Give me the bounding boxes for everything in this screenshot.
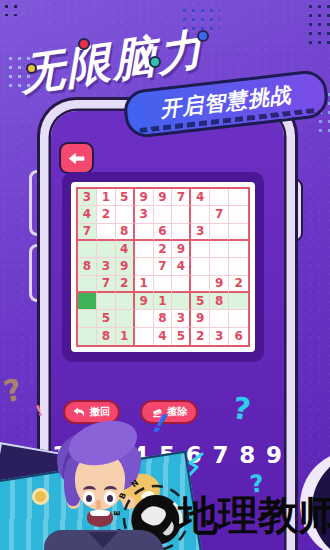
sudoku-cell[interactable]: 9 [154, 189, 173, 206]
sudoku-cell[interactable]: 1 [135, 276, 154, 293]
sudoku-cell[interactable]: 4 [116, 241, 135, 258]
sudoku-cell[interactable]: 6 [229, 328, 248, 345]
sudoku-cell[interactable]: 5 [97, 310, 116, 327]
sudoku-cell[interactable]: 8 [78, 258, 97, 275]
sudoku-cell[interactable] [172, 224, 191, 241]
sudoku-cell[interactable]: 3 [97, 258, 116, 275]
red-dot-decoration [78, 38, 90, 50]
sudoku-cell[interactable] [229, 310, 248, 327]
sudoku-cell[interactable] [78, 276, 97, 293]
numpad-digit-8[interactable]: 8 [239, 441, 255, 469]
sudoku-cell[interactable] [172, 293, 191, 310]
character-eye [104, 491, 116, 505]
sudoku-cell[interactable] [210, 241, 229, 258]
sudoku-grid: 3159974423778634298397472192915858398145… [76, 187, 250, 347]
sudoku-cell[interactable]: 3 [210, 328, 229, 345]
sudoku-cell[interactable] [116, 293, 135, 310]
character-nose [96, 500, 101, 509]
sudoku-cell[interactable] [116, 206, 135, 223]
watermark-text: 地理教师 [178, 496, 330, 536]
sudoku-cell[interactable] [135, 258, 154, 275]
blue-dot-decoration [197, 30, 209, 42]
sudoku-cell[interactable] [229, 189, 248, 206]
sudoku-cell[interactable] [78, 241, 97, 258]
sudoku-cell[interactable]: 7 [97, 276, 116, 293]
sudoku-cell[interactable]: 7 [78, 224, 97, 241]
sudoku-cell[interactable] [135, 310, 154, 327]
sudoku-cell[interactable] [229, 224, 248, 241]
sudoku-cell[interactable]: 8 [97, 328, 116, 345]
question-mark-decoration: ? [1, 375, 24, 408]
yellow-dot-decoration [26, 63, 37, 74]
sudoku-cell[interactable]: 1 [97, 189, 116, 206]
sudoku-cell[interactable]: 3 [135, 206, 154, 223]
sudoku-cell[interactable]: 2 [191, 328, 210, 345]
sudoku-cell[interactable]: 1 [154, 293, 173, 310]
sudoku-cell[interactable]: 2 [97, 206, 116, 223]
sudoku-cell[interactable] [210, 258, 229, 275]
sudoku-cell[interactable] [229, 293, 248, 310]
sudoku-cell[interactable]: 4 [172, 258, 191, 275]
back-arrow-icon [68, 152, 85, 165]
sudoku-cell[interactable]: 6 [154, 224, 173, 241]
sudoku-cell[interactable] [154, 206, 173, 223]
sudoku-board: 3159974423778634298397472192915858398145… [71, 182, 255, 352]
sudoku-cell[interactable]: 4 [154, 328, 173, 345]
sudoku-cell[interactable] [135, 328, 154, 345]
character-hoodie [44, 530, 164, 550]
yellow-circle-decoration [32, 488, 49, 505]
stamp-letter: E [113, 510, 122, 516]
sudoku-cell[interactable]: 8 [154, 310, 173, 327]
dot-grid-decoration [2, 2, 18, 16]
sudoku-cell[interactable] [191, 276, 210, 293]
sudoku-cell[interactable] [191, 258, 210, 275]
erase-label: 擦除 [168, 405, 188, 419]
numpad-digit-9[interactable]: 9 [266, 441, 282, 469]
sudoku-cell[interactable] [78, 310, 97, 327]
sudoku-cell[interactable]: 5 [172, 328, 191, 345]
erase-button[interactable]: 擦除 [140, 400, 198, 424]
sudoku-cell[interactable]: 5 [191, 293, 210, 310]
sudoku-cell[interactable] [210, 224, 229, 241]
sudoku-cell[interactable]: 7 [210, 206, 229, 223]
sudoku-cell[interactable]: 9 [210, 276, 229, 293]
sudoku-cell[interactable]: 3 [172, 310, 191, 327]
app-screenshot: 无限脑力 开启智慧挑战 3159974423778634298397472192… [0, 0, 330, 550]
sudoku-cell[interactable]: 9 [135, 293, 154, 310]
undo-arrow-icon [73, 407, 86, 417]
sudoku-cell[interactable] [135, 241, 154, 258]
sudoku-cell[interactable]: 7 [172, 189, 191, 206]
character-mouth [87, 510, 113, 527]
sudoku-cell[interactable] [191, 241, 210, 258]
sudoku-cell[interactable] [97, 224, 116, 241]
dot-grid-decoration [306, 2, 330, 46]
sudoku-cell[interactable]: 2 [154, 241, 173, 258]
sudoku-cell[interactable]: 4 [191, 189, 210, 206]
sudoku-cell[interactable] [154, 276, 173, 293]
sudoku-cell[interactable] [78, 328, 97, 345]
sudoku-cell[interactable] [191, 206, 210, 223]
sudoku-cell[interactable] [210, 310, 229, 327]
sudoku-cell[interactable]: 8 [116, 224, 135, 241]
sudoku-cell[interactable] [210, 189, 229, 206]
sudoku-cell[interactable]: 9 [191, 310, 210, 327]
sudoku-cell[interactable]: 3 [78, 189, 97, 206]
sudoku-cell[interactable] [229, 258, 248, 275]
sudoku-cell[interactable] [135, 224, 154, 241]
sudoku-cell[interactable] [172, 206, 191, 223]
sudoku-cell[interactable]: 7 [154, 258, 173, 275]
sudoku-cell[interactable]: 4 [78, 206, 97, 223]
teal-dot-decoration [149, 56, 161, 68]
undo-label: 撤回 [90, 405, 110, 419]
back-button[interactable] [59, 142, 94, 174]
sudoku-cell[interactable]: 2 [229, 276, 248, 293]
sudoku-cell[interactable] [229, 241, 248, 258]
sudoku-cell[interactable]: 2 [116, 276, 135, 293]
sudoku-cell[interactable] [97, 241, 116, 258]
sudoku-cell[interactable]: 9 [172, 241, 191, 258]
character-eye [83, 491, 95, 505]
sudoku-cell[interactable] [78, 293, 97, 310]
sudoku-cell[interactable] [97, 293, 116, 310]
sudoku-cell[interactable] [229, 206, 248, 223]
sudoku-cell[interactable]: 5 [116, 189, 135, 206]
sudoku-cell[interactable]: 1 [116, 328, 135, 345]
sudoku-cell[interactable]: 9 [135, 189, 154, 206]
sudoku-cell[interactable] [116, 310, 135, 327]
sudoku-cell[interactable]: 8 [210, 293, 229, 310]
numpad-digit-7[interactable]: 7 [212, 441, 228, 469]
sudoku-cell[interactable]: 9 [116, 258, 135, 275]
sudoku-cell[interactable]: 3 [191, 224, 210, 241]
sudoku-cell[interactable] [172, 276, 191, 293]
